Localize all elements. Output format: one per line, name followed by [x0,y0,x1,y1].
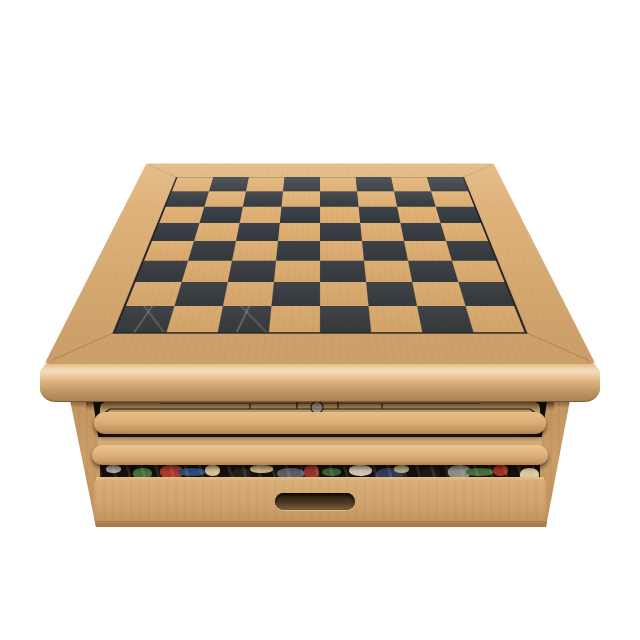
square-c1 [218,306,272,332]
square-e2 [320,282,369,306]
game-box-product-photo [0,0,640,640]
square-d2 [271,282,320,306]
game-piece-blob [106,465,121,473]
box-bottom-edge [84,521,556,527]
square-e5 [320,223,362,241]
square-c8 [246,177,284,191]
square-d5 [278,223,320,241]
frame-miter-joint [148,164,177,177]
square-d8 [283,177,320,191]
square-c3 [228,261,276,283]
box-body [70,400,570,527]
square-c7 [243,191,283,206]
square-f4 [362,241,408,261]
square-e8 [320,177,357,191]
game-piece-blob [250,465,273,473]
square-g3 [408,261,458,283]
game-piece-blob [466,468,493,476]
lid-top-surface [44,164,595,364]
square-e7 [320,191,359,206]
game-piece-blob [493,465,508,476]
square-c5 [236,223,280,241]
frame-miter-joint [526,332,591,361]
square-d6 [280,207,320,223]
square-h1 [466,306,525,332]
square-b6 [199,207,243,223]
square-f1 [369,306,423,332]
square-f6 [359,207,401,223]
square-a4 [144,241,194,261]
lid-front-edge [40,361,600,402]
game-piece-blob [178,468,205,476]
square-d4 [276,241,320,261]
game-piece-blob [205,465,220,476]
square-d3 [274,261,320,283]
game-piece-blob [349,465,372,476]
square-e6 [320,207,360,223]
game-tray-1-edge [94,412,546,434]
square-h3 [452,261,505,283]
square-a5 [152,223,199,241]
game-tray-2-edge [92,445,548,465]
square-b7 [204,191,246,206]
square-g2 [412,282,465,306]
square-e4 [320,241,364,261]
square-c6 [240,207,282,223]
square-h5 [441,223,488,241]
square-b4 [188,241,236,261]
square-a8 [172,177,213,191]
square-g5 [400,223,446,241]
drawer-handle-cutout [275,493,355,510]
square-a6 [159,207,204,223]
square-g4 [404,241,452,261]
game-piece-blob [394,465,409,473]
square-f7 [357,191,397,206]
square-b2 [174,282,227,306]
frame-miter-joint [463,164,492,177]
square-b5 [194,223,240,241]
square-b3 [182,261,232,283]
square-b8 [209,177,249,191]
frame-miter-joint [49,332,114,361]
square-g7 [394,191,436,206]
square-a3 [135,261,188,283]
square-f5 [360,223,404,241]
drawer-front [94,481,546,523]
square-a1 [115,306,174,332]
square-d7 [281,191,320,206]
chessboard-grid [112,177,527,334]
square-g8 [391,177,431,191]
square-h6 [436,207,481,223]
square-g6 [397,207,441,223]
square-c4 [232,241,278,261]
square-c2 [223,282,274,306]
square-f8 [356,177,394,191]
square-h4 [446,241,496,261]
square-h8 [427,177,468,191]
square-b1 [167,306,223,332]
square-f2 [366,282,417,306]
game-piece-blob [322,468,341,476]
square-a2 [126,282,182,306]
square-e3 [320,261,366,283]
square-f3 [364,261,412,283]
square-h2 [458,282,514,306]
square-e1 [320,306,371,332]
square-g1 [417,306,473,332]
square-a7 [166,191,209,206]
square-d1 [269,306,320,332]
square-h7 [431,191,474,206]
